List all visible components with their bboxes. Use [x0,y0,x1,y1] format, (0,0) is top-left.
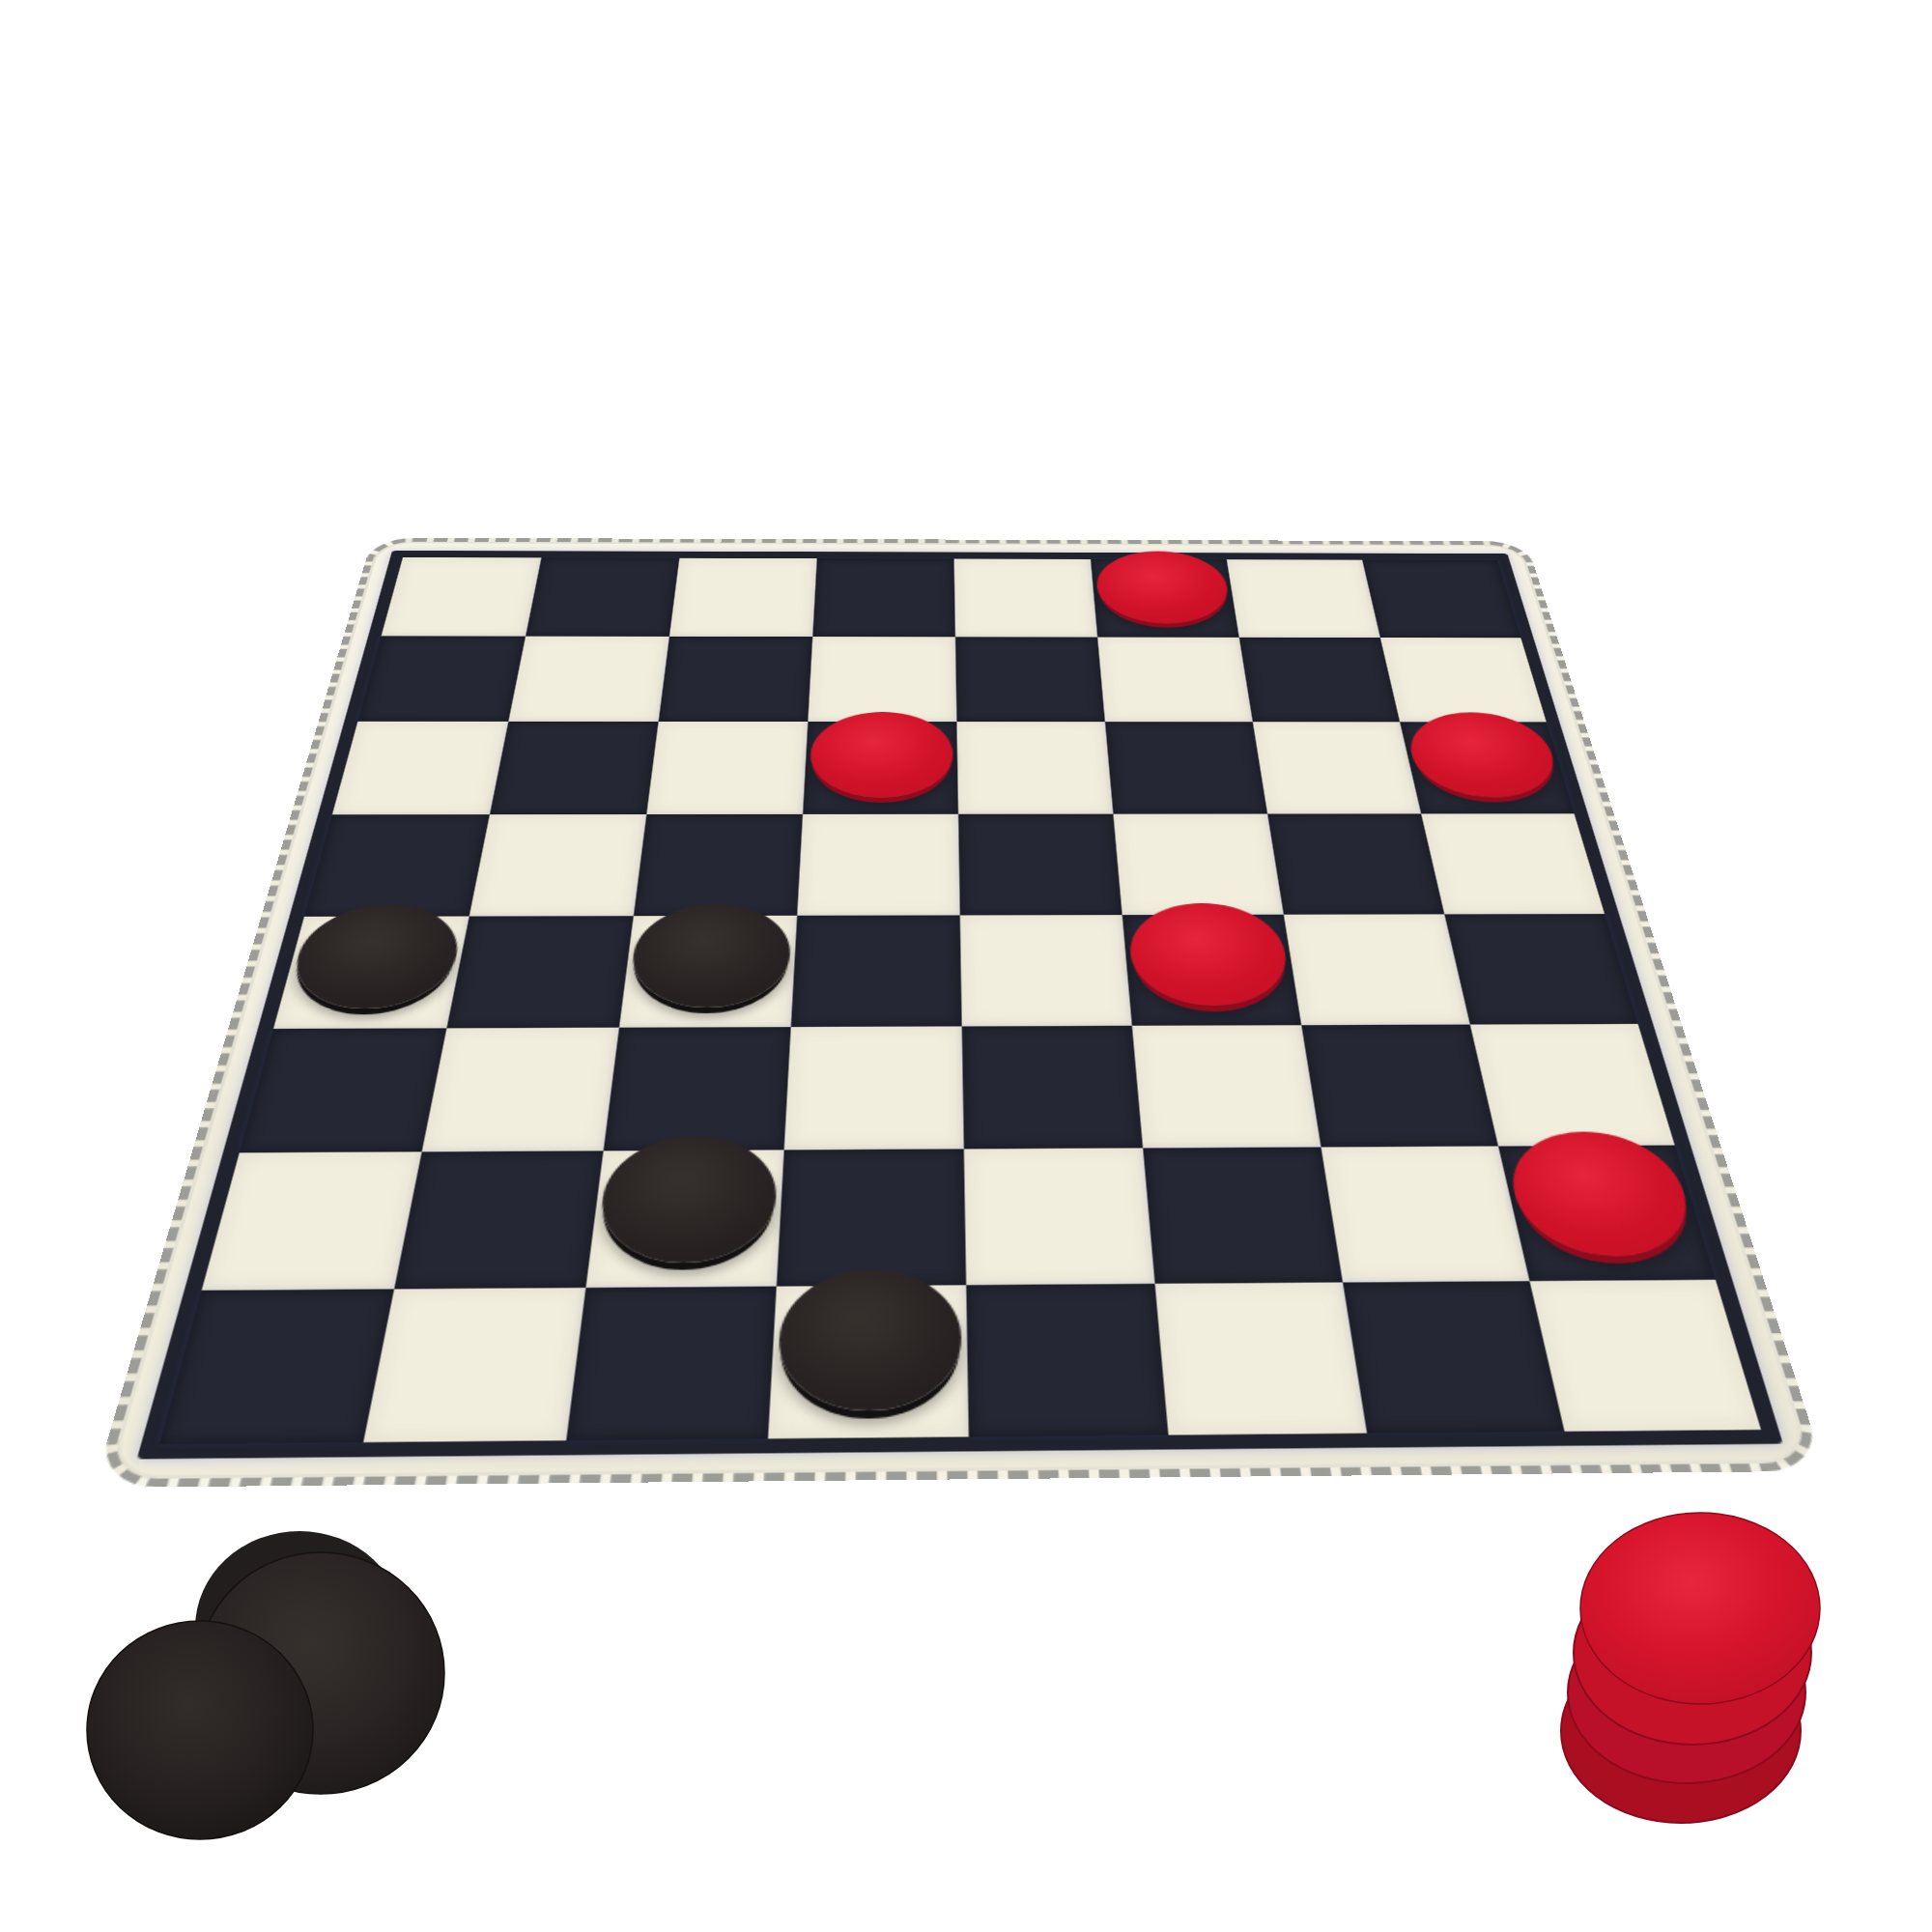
square-r7c2-dark [394,1151,604,1289]
square-r4c6-light [1113,814,1283,916]
square-r6c3-dark [604,1027,791,1151]
square-r4c8-light [1421,813,1605,914]
square-r2c6-light [1097,638,1253,723]
black-disc-left [87,1621,313,1839]
square-r2c4-light [808,637,956,722]
square-r7c1-light [202,1151,422,1290]
square-r6c6-light [1132,1025,1321,1148]
square-r4c3-dark [634,814,803,916]
square-r1c7-light [1227,559,1380,638]
square-r2c8-light [1380,638,1547,722]
square-r6c7-dark [1301,1025,1498,1148]
square-r1c2-dark [526,557,679,636]
square-r5c8-dark [1444,914,1637,1025]
square-r4c5-dark [958,814,1122,916]
square-r1c8-dark [1362,560,1520,639]
square-r7c5-light [964,1148,1155,1285]
red-piece-stack [1546,1492,1835,1844]
square-r5c7-light [1284,914,1470,1025]
square-r4c2-light [469,814,647,916]
square-r8c6-light [1155,1283,1367,1435]
square-r3c7-light [1253,722,1421,813]
square-r3c1-light [332,722,508,814]
red-disc-top [1580,1513,1820,1704]
square-r1c3-light [669,558,817,637]
square-r6c2-light [422,1028,619,1152]
checker-red-r3c4 [809,712,953,798]
square-r7c7-light [1321,1147,1530,1283]
square-r4c4-light [797,814,960,916]
square-r8c1-dark [159,1289,394,1444]
square-r3c5-light [956,722,1113,814]
square-r5c4-dark [791,915,962,1027]
square-r2c3-dark [659,637,813,722]
black-stack-graphic [58,1517,464,1855]
square-r6c5-dark [962,1026,1143,1150]
square-r2c2-light [508,637,669,722]
red-stack-graphic [1546,1492,1835,1840]
square-r5c5-light [960,915,1132,1026]
square-r3c6-dark [1105,722,1267,813]
checkers-mat-plane [159,557,1761,1444]
square-r3c2-dark [490,722,659,814]
square-r1c5-light [954,559,1098,638]
square-r4c1-dark [304,814,490,917]
square-r8c5-dark [966,1284,1168,1437]
square-r6c4-light [784,1026,964,1150]
square-r2c1-dark [357,636,526,722]
square-r7c4-dark [777,1149,966,1286]
square-r6c1-dark [240,1028,447,1152]
square-r7c6-dark [1143,1147,1343,1283]
square-r2c7-dark [1239,638,1400,723]
square-r1c1-light [382,557,542,637]
product-photo-scene [0,0,1932,1932]
black-piece-stack [58,1517,464,1859]
square-r8c3-dark [566,1287,777,1441]
square-r2c5-dark [955,637,1105,722]
square-r1c4-dark [812,558,955,637]
square-r4c7-dark [1267,813,1444,914]
square-r8c2-light [363,1288,585,1442]
square-r3c3-light [646,722,808,814]
square-r8c7-dark [1343,1281,1565,1434]
square-r5c2-dark [446,916,633,1028]
